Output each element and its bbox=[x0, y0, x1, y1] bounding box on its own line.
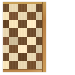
board-square-r1c4 bbox=[27, 4, 36, 12]
board-square-r2c2 bbox=[9, 12, 18, 20]
board-square-r2c4 bbox=[27, 12, 36, 20]
board-square-r2c3 bbox=[18, 12, 27, 20]
board-grid bbox=[3, 4, 42, 69]
photo-background bbox=[0, 0, 75, 75]
board-square-r7c3 bbox=[18, 53, 27, 61]
board-square-r7c4 bbox=[27, 53, 36, 61]
board-square-r1c2 bbox=[9, 4, 18, 12]
board-square-r5c3 bbox=[18, 37, 27, 45]
board-square-r8c2 bbox=[9, 61, 18, 69]
board-square-r3c2 bbox=[9, 20, 18, 28]
board-square-r5c4 bbox=[27, 37, 36, 45]
board-square-r6c2 bbox=[9, 45, 18, 53]
board-square-r3c3 bbox=[18, 20, 27, 28]
board-square-r6c3 bbox=[18, 45, 27, 53]
chessboard bbox=[3, 2, 46, 72]
board-square-r3c4 bbox=[27, 20, 36, 28]
board-square-r8c4 bbox=[27, 61, 36, 69]
board-square-r4c3 bbox=[18, 28, 27, 36]
board-frame-right bbox=[42, 2, 46, 72]
board-square-r5c2 bbox=[9, 37, 18, 45]
board-square-r7c2 bbox=[9, 53, 18, 61]
board-square-r4c2 bbox=[9, 28, 18, 36]
board-frame-bottom bbox=[3, 69, 42, 72]
board-square-r1c3 bbox=[18, 4, 27, 12]
board-square-r8c3 bbox=[18, 61, 27, 69]
board-square-r6c4 bbox=[27, 45, 36, 53]
board-square-r4c4 bbox=[27, 28, 36, 36]
